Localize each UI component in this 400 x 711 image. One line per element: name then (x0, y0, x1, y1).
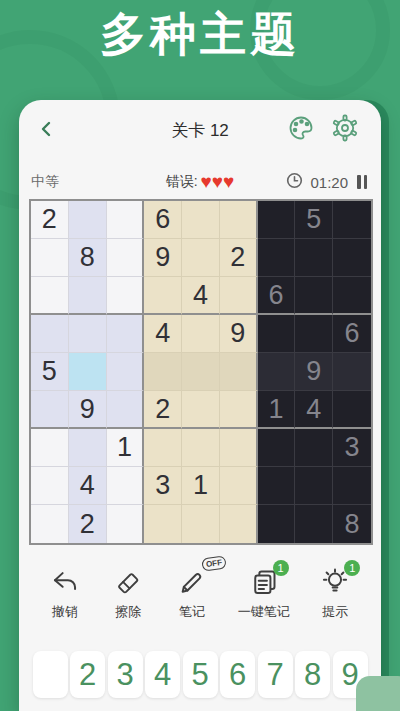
sudoku-cell[interactable] (258, 239, 296, 277)
toolbar-label-quick-notes: 一键笔记 (238, 603, 290, 621)
sudoku-cell[interactable] (107, 239, 145, 277)
level-title: 关卡 12 (19, 119, 381, 142)
sudoku-cell[interactable]: 2 (31, 201, 69, 239)
copy-notes-icon: 1 (246, 566, 282, 598)
sudoku-cell[interactable]: 4 (182, 277, 220, 315)
pencil-icon: OFF (174, 566, 210, 598)
sudoku-cell[interactable] (144, 353, 182, 391)
sudoku-cell[interactable] (295, 315, 333, 353)
sudoku-cell[interactable]: 1 (107, 429, 145, 467)
sudoku-cell[interactable]: 4 (69, 467, 107, 505)
sudoku-cell[interactable] (333, 391, 371, 429)
palette-icon (286, 113, 316, 147)
sudoku-cell[interactable] (258, 505, 296, 543)
promo-banner-title: 多种主题 (0, 4, 400, 66)
sudoku-cell[interactable]: 4 (295, 391, 333, 429)
sudoku-cell[interactable] (295, 467, 333, 505)
pause-button[interactable] (355, 173, 369, 191)
sudoku-cell[interactable] (31, 391, 69, 429)
sudoku-cell[interactable] (258, 429, 296, 467)
sudoku-cell[interactable]: 9 (69, 391, 107, 429)
sudoku-cell[interactable] (107, 315, 145, 353)
sudoku-cell[interactable] (31, 277, 69, 315)
heart-icon: ♥ (223, 171, 234, 192)
sudoku-cell[interactable] (333, 353, 371, 391)
toolbar-label-undo: 撤销 (52, 603, 78, 621)
sudoku-cell[interactable] (31, 467, 69, 505)
sudoku-cell[interactable] (107, 467, 145, 505)
hearts-row: ♥♥♥ (201, 172, 235, 192)
sudoku-cell[interactable] (220, 505, 258, 543)
sudoku-cell[interactable]: 3 (333, 429, 371, 467)
toolbar-item-erase[interactable]: 擦除 (110, 560, 146, 621)
sudoku-board: 265892464965992141343128 (29, 199, 373, 545)
sudoku-cell[interactable]: 1 (258, 391, 296, 429)
toolbar-item-quick-notes[interactable]: 1一键笔记 (238, 560, 290, 621)
toolbar-label-hint: 提示 (322, 603, 348, 621)
sudoku-cell[interactable] (333, 239, 371, 277)
numpad-key-8[interactable]: 8 (295, 651, 330, 698)
heart-icon: ♥ (201, 171, 212, 192)
sudoku-cell[interactable] (220, 201, 258, 239)
numpad-key-2[interactable]: 2 (70, 651, 105, 698)
sudoku-cell[interactable] (220, 429, 258, 467)
heart-icon: ♥ (212, 171, 223, 192)
sudoku-cell[interactable] (107, 391, 145, 429)
sudoku-cell[interactable]: 1 (182, 467, 220, 505)
pause-icon (357, 175, 361, 189)
status-bar: 中等 错误: ♥♥♥ 01:20 (19, 168, 381, 196)
sudoku-cell[interactable] (258, 353, 296, 391)
sudoku-cell[interactable] (31, 505, 69, 543)
sudoku-cell[interactable] (220, 467, 258, 505)
sudoku-cell[interactable] (107, 277, 145, 315)
sudoku-cell[interactable] (107, 201, 145, 239)
sudoku-cell[interactable] (258, 315, 296, 353)
sudoku-cell[interactable] (31, 429, 69, 467)
sudoku-cell[interactable]: 4 (144, 315, 182, 353)
sudoku-cell[interactable] (333, 201, 371, 239)
sudoku-cell[interactable] (220, 277, 258, 315)
sudoku-cell[interactable]: 2 (69, 505, 107, 543)
gear-icon (330, 113, 360, 147)
sudoku-cell[interactable] (69, 201, 107, 239)
sudoku-cell[interactable] (182, 391, 220, 429)
sudoku-cell[interactable]: 6 (333, 315, 371, 353)
sudoku-cell[interactable] (295, 239, 333, 277)
sudoku-cell[interactable] (107, 505, 145, 543)
numpad-key-3[interactable]: 3 (108, 651, 143, 698)
app-screen: 多种主题 关卡 12 (0, 0, 400, 711)
sudoku-cell[interactable]: 2 (144, 391, 182, 429)
sudoku-cell[interactable]: 8 (333, 505, 371, 543)
toolbar-label-notes: 笔记 (179, 603, 205, 621)
sudoku-cell[interactable]: 2 (220, 239, 258, 277)
sudoku-cell[interactable]: 9 (144, 239, 182, 277)
toolbar: 撤销擦除OFF笔记1一键笔记1提示 (19, 560, 381, 624)
sudoku-cell[interactable] (69, 353, 107, 391)
sudoku-cell[interactable] (182, 505, 220, 543)
theme-button[interactable] (285, 114, 317, 146)
sudoku-cell[interactable] (220, 353, 258, 391)
sudoku-cell[interactable] (295, 429, 333, 467)
sudoku-cell[interactable] (144, 505, 182, 543)
sudoku-cell[interactable] (295, 277, 333, 315)
corner-decor-shape (356, 676, 400, 711)
difficulty-label: 中等 (31, 173, 59, 191)
numpad-key-5[interactable]: 5 (183, 651, 218, 698)
sudoku-cell[interactable]: 5 (31, 353, 69, 391)
sudoku-cell[interactable]: 6 (144, 201, 182, 239)
bulb-icon: 1 (317, 566, 353, 598)
notes-off-badge: OFF (201, 555, 227, 571)
undo-arrow-icon (47, 566, 83, 598)
sudoku-cell[interactable] (182, 239, 220, 277)
toolbar-item-hint[interactable]: 1提示 (317, 560, 353, 621)
sudoku-cell[interactable]: 6 (258, 277, 296, 315)
numpad-key-6[interactable]: 6 (220, 651, 255, 698)
sudoku-cell[interactable]: 3 (144, 467, 182, 505)
sudoku-cell[interactable] (295, 505, 333, 543)
sudoku-cell[interactable]: 9 (295, 353, 333, 391)
sudoku-cell[interactable] (31, 315, 69, 353)
errors-label: 错误: (166, 173, 198, 191)
sudoku-cell[interactable] (69, 315, 107, 353)
numpad-key-1[interactable] (33, 651, 68, 698)
sudoku-cell[interactable] (182, 201, 220, 239)
numpad-key-4[interactable]: 4 (145, 651, 180, 698)
toolbar-item-undo[interactable]: 撤销 (47, 560, 83, 621)
numpad-key-7[interactable]: 7 (258, 651, 293, 698)
timer-group: 01:20 (286, 172, 369, 193)
sudoku-cell[interactable] (182, 315, 220, 353)
sudoku-cell[interactable] (258, 467, 296, 505)
sudoku-cell[interactable] (107, 353, 145, 391)
sudoku-cell[interactable] (144, 429, 182, 467)
toolbar-item-notes[interactable]: OFF笔记 (174, 560, 210, 621)
sudoku-cell[interactable] (182, 353, 220, 391)
sudoku-cell[interactable]: 5 (295, 201, 333, 239)
sudoku-cell[interactable] (69, 277, 107, 315)
sudoku-cell[interactable]: 8 (69, 239, 107, 277)
nav-bar: 关卡 12 (19, 108, 381, 152)
timer-text: 01:20 (310, 174, 348, 191)
sudoku-cell[interactable] (333, 467, 371, 505)
number-pad: 23456789 (19, 651, 381, 698)
sudoku-cell[interactable] (31, 239, 69, 277)
sudoku-cell[interactable] (69, 429, 107, 467)
sudoku-cell[interactable] (333, 277, 371, 315)
sudoku-cell[interactable] (220, 391, 258, 429)
hint-count-badge: 1 (344, 560, 360, 576)
settings-button[interactable] (329, 114, 361, 146)
sudoku-cell[interactable]: 9 (220, 315, 258, 353)
quick-notes-count-badge: 1 (273, 560, 289, 576)
eraser-icon (110, 566, 146, 598)
sudoku-cell[interactable] (144, 277, 182, 315)
clock-icon (286, 172, 303, 193)
sudoku-cell[interactable] (182, 429, 220, 467)
toolbar-label-erase: 擦除 (115, 603, 141, 621)
sudoku-cell[interactable] (258, 201, 296, 239)
